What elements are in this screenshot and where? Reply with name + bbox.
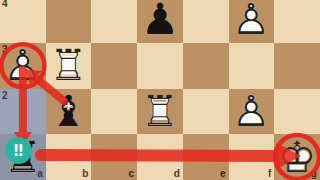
square-e4[interactable] xyxy=(183,0,229,43)
square-e3[interactable] xyxy=(183,43,229,89)
white-rook-d2[interactable]: ♜♖ xyxy=(137,89,183,135)
coord-file-c: c xyxy=(129,168,135,179)
square-b2[interactable]: ♝+ xyxy=(46,89,92,135)
square-d3[interactable] xyxy=(137,43,183,89)
square-g3[interactable] xyxy=(274,43,320,89)
square-b3[interactable]: ♜♖ xyxy=(46,43,92,89)
chess-board: 4♟♟♙3♟♙♜♖2♝+♜♖♟♙a♜bcdefg♚♔ xyxy=(0,0,320,180)
square-g4[interactable] xyxy=(274,0,320,43)
square-c2[interactable] xyxy=(91,89,137,135)
bishop-cross-detail: + xyxy=(64,100,73,111)
brilliant-move-text: ‼ xyxy=(14,142,23,160)
coord-rank-3: 3 xyxy=(2,44,8,55)
coord-file-a: a xyxy=(37,168,43,179)
square-d2[interactable]: ♜♖ xyxy=(137,89,183,135)
coord-file-g: g xyxy=(311,168,317,179)
square-d1[interactable]: d xyxy=(137,134,183,180)
square-a4[interactable]: 4 xyxy=(0,0,46,43)
coord-rank-2: 2 xyxy=(2,90,8,101)
black-pawn-d4[interactable]: ♟ xyxy=(137,0,183,43)
square-c3[interactable] xyxy=(91,43,137,89)
white-rook-b3[interactable]: ♜♖ xyxy=(46,43,92,89)
square-a3[interactable]: 3♟♙ xyxy=(0,43,46,89)
coord-file-e: e xyxy=(220,168,226,179)
square-d4[interactable]: ♟ xyxy=(137,0,183,43)
square-f4[interactable]: ♟♙ xyxy=(229,0,275,43)
square-a2[interactable]: 2 xyxy=(0,89,46,135)
square-c1[interactable]: c xyxy=(91,134,137,180)
coord-file-b: b xyxy=(82,168,88,179)
white-pawn-f2[interactable]: ♟♙ xyxy=(229,89,275,135)
square-g1[interactable]: g♚♔ xyxy=(274,134,320,180)
brilliant-move-badge: ‼ xyxy=(5,137,32,164)
square-f2[interactable]: ♟♙ xyxy=(229,89,275,135)
black-bishop-b2[interactable]: ♝+ xyxy=(46,89,92,135)
coord-file-d: d xyxy=(174,168,180,179)
square-f1[interactable]: f xyxy=(229,134,275,180)
square-f3[interactable] xyxy=(229,43,275,89)
white-pawn-f4[interactable]: ♟♙ xyxy=(229,0,275,43)
square-e1[interactable]: e xyxy=(183,134,229,180)
coord-file-f: f xyxy=(268,168,271,179)
square-g2[interactable] xyxy=(274,89,320,135)
chess-thumbnail: 4♟♟♙3♟♙♜♖2♝+♜♖♟♙a♜bcdefg♚♔ ‼ xyxy=(0,0,320,180)
coord-rank-4: 4 xyxy=(2,0,8,9)
square-b4[interactable] xyxy=(46,0,92,43)
square-e2[interactable] xyxy=(183,89,229,135)
square-b1[interactable]: b xyxy=(46,134,92,180)
square-c4[interactable] xyxy=(91,0,137,43)
